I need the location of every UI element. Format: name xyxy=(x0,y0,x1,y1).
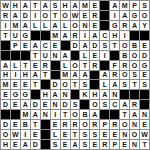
letter-cell[interactable]: A xyxy=(21,100,30,109)
letter-cell[interactable]: M xyxy=(120,1,129,10)
letter-cell[interactable]: T xyxy=(31,120,40,129)
letter-cell[interactable]: T xyxy=(120,110,129,119)
letter-cell[interactable]: S xyxy=(100,41,109,50)
black-cell xyxy=(1,110,10,119)
letter-cell[interactable]: A xyxy=(90,31,99,40)
letter-cell[interactable]: R xyxy=(120,61,129,70)
letter-cell[interactable]: E xyxy=(11,100,20,109)
letter-cell[interactable]: N xyxy=(130,120,139,129)
letter-cell[interactable]: O xyxy=(71,110,80,119)
letter-cell[interactable]: A xyxy=(80,41,89,50)
letter-cell[interactable]: S xyxy=(51,1,60,10)
letter-cell[interactable]: T xyxy=(71,130,80,139)
letter-cell[interactable]: T xyxy=(140,140,149,149)
letter-cell[interactable]: A xyxy=(110,1,119,10)
letter-cell[interactable]: N xyxy=(110,90,119,99)
letter-cell[interactable]: N xyxy=(61,90,70,99)
black-cell xyxy=(61,41,70,50)
letter-cell[interactable]: P xyxy=(130,1,139,10)
letter-cell[interactable]: O xyxy=(41,11,50,20)
letter-cell[interactable]: G xyxy=(11,90,20,99)
letter-cell[interactable]: R xyxy=(90,120,99,129)
black-cell xyxy=(130,31,139,40)
letter-cell[interactable]: E xyxy=(41,100,50,109)
black-cell xyxy=(140,90,149,99)
letter-cell[interactable]: E xyxy=(80,11,89,20)
letter-cell[interactable]: D xyxy=(21,11,30,20)
letter-cell[interactable]: N xyxy=(140,110,149,119)
letter-cell[interactable]: C xyxy=(110,100,119,109)
letter-cell[interactable]: D xyxy=(51,80,60,89)
black-cell xyxy=(31,31,40,40)
letter-cell[interactable]: U xyxy=(41,51,50,60)
letter-cell[interactable]: R xyxy=(130,100,139,109)
letter-cell[interactable]: E xyxy=(140,71,149,80)
letter-cell[interactable]: E xyxy=(110,130,119,139)
letter-cell[interactable]: R xyxy=(90,11,99,20)
letter-cell[interactable]: D xyxy=(1,120,10,129)
letter-cell[interactable]: P xyxy=(11,41,20,50)
letter-cell[interactable]: O xyxy=(90,100,99,109)
letter-cell[interactable]: A xyxy=(41,1,50,10)
letter-cell[interactable]: T xyxy=(80,61,89,70)
letter-cell[interactable]: Y xyxy=(140,21,149,30)
letter-cell[interactable]: A xyxy=(130,21,139,30)
letter-cell[interactable]: E xyxy=(100,130,109,139)
letter-cell[interactable]: S xyxy=(100,100,109,109)
letter-cell[interactable]: A xyxy=(21,21,30,30)
black-cell xyxy=(51,61,60,70)
letter-cell[interactable]: O xyxy=(80,120,89,129)
letter-cell[interactable]: L xyxy=(61,61,70,70)
letter-cell[interactable]: F xyxy=(110,61,119,70)
letter-cell[interactable]: M xyxy=(11,21,20,30)
letter-cell[interactable]: T xyxy=(31,80,40,89)
letter-cell[interactable]: E xyxy=(11,120,20,129)
letter-cell[interactable]: L xyxy=(31,21,40,30)
letter-cell[interactable]: G xyxy=(110,21,119,30)
letter-cell[interactable]: W xyxy=(71,11,80,20)
letter-cell[interactable]: R xyxy=(61,120,70,129)
letter-cell[interactable]: A xyxy=(21,140,30,149)
black-cell xyxy=(100,1,109,10)
letter-cell[interactable]: B xyxy=(130,41,139,50)
letter-cell[interactable]: H xyxy=(61,1,70,10)
letter-cell[interactable]: S xyxy=(120,80,129,89)
letter-cell[interactable]: T xyxy=(31,51,40,60)
letter-cell[interactable]: S xyxy=(71,100,80,109)
letter-cell[interactable]: T xyxy=(51,11,60,20)
letter-cell[interactable]: A xyxy=(100,71,109,80)
black-cell xyxy=(41,140,50,149)
black-cell xyxy=(100,61,109,70)
letter-cell[interactable]: H xyxy=(41,90,50,99)
letter-cell[interactable]: N xyxy=(51,100,60,109)
letter-cell[interactable]: O xyxy=(71,21,80,30)
letter-cell[interactable]: T xyxy=(41,71,50,80)
letter-cell[interactable]: I xyxy=(110,11,119,20)
letter-cell[interactable]: A xyxy=(21,1,30,10)
letter-cell[interactable]: D xyxy=(71,41,80,50)
letter-cell[interactable]: A xyxy=(110,80,119,89)
letter-cell[interactable]: R xyxy=(100,140,109,149)
letter-cell[interactable]: L xyxy=(100,80,109,89)
black-cell xyxy=(90,71,99,80)
letter-cell[interactable]: O xyxy=(61,80,70,89)
letter-cell[interactable]: E xyxy=(120,140,129,149)
letter-cell[interactable]: M xyxy=(1,80,10,89)
letter-cell[interactable]: O xyxy=(1,130,10,139)
letter-cell[interactable]: A xyxy=(120,11,129,20)
letter-cell[interactable]: N xyxy=(80,21,89,30)
letter-cell[interactable]: H xyxy=(11,1,20,10)
letter-cell[interactable]: O xyxy=(120,41,129,50)
letter-cell[interactable]: W xyxy=(1,1,10,10)
letter-cell[interactable]: A xyxy=(80,71,89,80)
letter-cell[interactable]: R xyxy=(71,31,80,40)
letter-cell[interactable]: H xyxy=(1,71,10,80)
letter-cell[interactable]: S xyxy=(80,140,89,149)
letter-cell[interactable]: T xyxy=(130,80,139,89)
letter-cell[interactable]: T xyxy=(110,41,119,50)
letter-cell[interactable]: G xyxy=(21,31,30,40)
letter-cell[interactable]: S xyxy=(140,80,149,89)
black-cell xyxy=(11,110,20,119)
letter-cell[interactable]: S xyxy=(140,1,149,10)
black-cell xyxy=(120,90,129,99)
letter-cell[interactable]: M xyxy=(61,71,70,80)
letter-cell[interactable]: O xyxy=(71,61,80,70)
letter-cell[interactable]: W xyxy=(140,130,149,139)
letter-cell[interactable]: B xyxy=(21,120,30,129)
letter-cell[interactable]: E xyxy=(31,61,40,70)
letter-cell[interactable]: N xyxy=(120,130,129,139)
letter-cell[interactable]: S xyxy=(51,140,60,149)
letter-cell[interactable]: E xyxy=(11,140,20,149)
letter-cell[interactable]: A xyxy=(31,110,40,119)
letter-cell[interactable]: P xyxy=(100,120,109,129)
letter-cell[interactable]: A xyxy=(1,61,10,70)
black-cell xyxy=(41,31,50,40)
letter-cell[interactable]: N xyxy=(51,51,60,60)
letter-cell[interactable]: N xyxy=(41,110,50,119)
letter-cell[interactable]: G xyxy=(140,61,149,70)
black-cell xyxy=(41,80,50,89)
letter-cell[interactable]: W xyxy=(11,130,20,139)
letter-cell[interactable]: I xyxy=(11,71,20,80)
black-cell xyxy=(130,90,139,99)
letter-cell[interactable]: E xyxy=(61,130,70,139)
letter-cell[interactable]: E xyxy=(61,140,70,149)
letter-cell[interactable]: E xyxy=(21,41,30,50)
letter-cell[interactable]: A xyxy=(61,31,70,40)
letter-cell[interactable]: G xyxy=(21,90,30,99)
letter-cell[interactable]: L xyxy=(61,21,70,30)
letter-cell[interactable]: E xyxy=(51,41,60,50)
letter-cell[interactable]: L xyxy=(11,61,20,70)
black-cell xyxy=(80,100,89,109)
letter-cell[interactable]: S xyxy=(80,130,89,139)
letter-cell[interactable]: R xyxy=(110,120,119,129)
letter-cell[interactable]: O xyxy=(130,130,139,139)
letter-cell[interactable]: N xyxy=(130,140,139,149)
letter-cell[interactable]: S xyxy=(130,71,139,80)
letter-cell[interactable]: D xyxy=(1,100,10,109)
black-cell xyxy=(41,120,50,129)
letter-cell[interactable]: E xyxy=(140,41,149,50)
letter-cell[interactable]: L xyxy=(51,130,60,139)
letter-cell[interactable]: E xyxy=(11,80,20,89)
black-cell xyxy=(140,31,149,40)
black-cell xyxy=(71,51,80,60)
letter-cell[interactable]: M xyxy=(21,110,30,119)
letter-cell[interactable]: A xyxy=(71,140,80,149)
letter-cell[interactable]: O xyxy=(120,71,129,80)
letter-cell[interactable]: A xyxy=(71,1,80,10)
letter-cell[interactable]: I xyxy=(51,110,60,119)
crossword-grid: WHATASHAMEAMPSRADIOTOWERIAGOIMALLALONEGR… xyxy=(0,0,150,150)
letter-cell[interactable]: R xyxy=(120,21,129,30)
crossword-board: WHATASHAMEAMPSRADIOTOWERIAGOIMALLALONEGR… xyxy=(0,0,150,150)
black-cell xyxy=(51,71,60,80)
black-cell xyxy=(110,110,119,119)
letter-cell[interactable]: O xyxy=(130,61,139,70)
letter-cell[interactable]: A xyxy=(90,110,99,119)
letter-cell[interactable]: P xyxy=(110,140,119,149)
letter-cell[interactable]: A xyxy=(130,110,139,119)
letter-cell[interactable]: I xyxy=(120,31,129,40)
letter-cell[interactable]: I xyxy=(21,130,30,139)
letter-cell[interactable]: O xyxy=(120,120,129,129)
letter-cell[interactable]: R xyxy=(110,71,119,80)
letter-cell[interactable]: D xyxy=(140,51,149,60)
letter-cell[interactable]: I xyxy=(80,31,89,40)
black-cell xyxy=(100,21,109,30)
black-cell xyxy=(1,41,10,50)
letter-cell[interactable]: G xyxy=(130,11,139,20)
letter-cell[interactable]: E xyxy=(90,140,99,149)
letter-cell[interactable]: E xyxy=(90,51,99,60)
letter-cell[interactable]: H xyxy=(1,140,10,149)
letter-cell[interactable]: I xyxy=(31,11,40,20)
letter-cell[interactable]: L xyxy=(41,21,50,30)
letter-cell[interactable]: E xyxy=(21,80,30,89)
letter-cell[interactable]: E xyxy=(31,130,40,139)
letter-cell[interactable]: T xyxy=(61,110,70,119)
letter-cell[interactable]: R xyxy=(41,61,50,70)
letter-cell[interactable]: D xyxy=(31,100,40,109)
letter-cell[interactable]: I xyxy=(1,21,10,30)
letter-cell[interactable]: M xyxy=(51,31,60,40)
letter-cell[interactable]: E xyxy=(1,90,10,99)
letter-cell[interactable]: O xyxy=(140,11,149,20)
letter-cell[interactable]: A xyxy=(51,90,60,99)
black-cell xyxy=(100,11,109,20)
letter-cell[interactable]: T xyxy=(21,61,30,70)
black-cell xyxy=(41,130,50,139)
letter-cell[interactable]: I xyxy=(100,51,109,60)
letter-cell[interactable]: E xyxy=(140,120,149,129)
letter-cell[interactable]: S xyxy=(90,130,99,139)
black-cell xyxy=(140,100,149,109)
letter-cell[interactable]: D xyxy=(61,100,70,109)
letter-cell[interactable]: A xyxy=(31,71,40,80)
black-cell xyxy=(100,110,109,119)
letter-cell[interactable]: T xyxy=(71,80,80,89)
black-cell xyxy=(110,51,119,60)
letter-cell[interactable]: H xyxy=(21,71,30,80)
letter-cell[interactable]: H xyxy=(110,31,119,40)
letter-cell[interactable]: C xyxy=(100,31,109,40)
letter-cell[interactable]: B xyxy=(80,110,89,119)
letter-cell[interactable]: S xyxy=(80,80,89,89)
letter-cell[interactable]: C xyxy=(41,41,50,50)
letter-cell[interactable]: D xyxy=(90,41,99,50)
black-cell xyxy=(11,51,20,60)
letter-cell[interactable]: E xyxy=(51,120,60,129)
black-cell xyxy=(90,80,99,89)
black-cell xyxy=(21,51,30,60)
letter-cell[interactable]: O xyxy=(61,11,70,20)
letter-cell[interactable]: A xyxy=(11,11,20,20)
letter-cell[interactable]: M xyxy=(80,1,89,10)
letter-cell[interactable]: A xyxy=(31,41,40,50)
letter-cell[interactable]: A xyxy=(51,21,60,30)
letter-cell[interactable]: T xyxy=(31,1,40,10)
black-cell xyxy=(71,90,80,99)
letter-cell[interactable]: A xyxy=(100,90,109,99)
letter-cell[interactable]: O xyxy=(130,51,139,60)
letter-cell[interactable]: A xyxy=(61,51,70,60)
letter-cell[interactable]: U xyxy=(11,31,20,40)
letter-cell[interactable]: R xyxy=(1,11,10,20)
letter-cell[interactable]: R xyxy=(90,61,99,70)
letter-cell[interactable]: L xyxy=(80,51,89,60)
black-cell xyxy=(1,51,10,60)
letter-cell[interactable]: A xyxy=(120,100,129,109)
letter-cell[interactable]: A xyxy=(71,71,80,80)
letter-cell[interactable]: E xyxy=(90,21,99,30)
letter-cell[interactable]: B xyxy=(120,51,129,60)
letter-cell[interactable]: H xyxy=(90,90,99,99)
letter-cell[interactable]: R xyxy=(71,120,80,129)
black-cell xyxy=(31,90,40,99)
letter-cell[interactable]: D xyxy=(31,140,40,149)
letter-cell[interactable]: T xyxy=(1,31,10,40)
letter-cell[interactable]: E xyxy=(90,1,99,10)
letter-cell[interactable]: K xyxy=(80,90,89,99)
